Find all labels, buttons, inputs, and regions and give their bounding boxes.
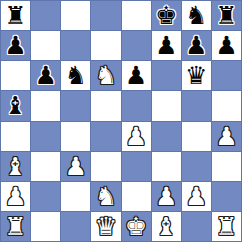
square-e8[interactable] bbox=[122, 1, 151, 30]
square-g1[interactable] bbox=[182, 212, 211, 241]
black-rook[interactable]: ♜ bbox=[215, 3, 237, 28]
square-f3[interactable] bbox=[152, 152, 181, 181]
white-pawn[interactable]: ♟ bbox=[125, 124, 147, 149]
square-g3[interactable] bbox=[182, 152, 211, 181]
white-pawn[interactable]: ♟ bbox=[4, 184, 26, 209]
square-b6[interactable]: ♟ bbox=[31, 61, 60, 90]
square-f2[interactable]: ♟ bbox=[152, 182, 181, 211]
black-pawn[interactable]: ♟ bbox=[215, 33, 237, 58]
square-g4[interactable] bbox=[182, 122, 211, 151]
square-e7[interactable] bbox=[122, 31, 151, 60]
black-rook[interactable]: ♜ bbox=[4, 3, 26, 28]
square-b5[interactable] bbox=[31, 91, 60, 120]
square-h1[interactable]: ♜ bbox=[212, 212, 241, 241]
square-b7[interactable] bbox=[31, 31, 60, 60]
square-a3[interactable]: ♝ bbox=[1, 152, 30, 181]
white-pawn[interactable]: ♟ bbox=[65, 154, 87, 179]
square-h8[interactable]: ♜ bbox=[212, 1, 241, 30]
square-b4[interactable] bbox=[31, 122, 60, 151]
square-a1[interactable]: ♜ bbox=[1, 212, 30, 241]
square-c6[interactable]: ♞ bbox=[61, 61, 90, 90]
square-h6[interactable] bbox=[212, 61, 241, 90]
square-d3[interactable] bbox=[91, 152, 120, 181]
black-knight[interactable]: ♞ bbox=[65, 63, 87, 88]
white-pawn[interactable]: ♟ bbox=[185, 184, 207, 209]
square-d8[interactable] bbox=[91, 1, 120, 30]
square-e6[interactable]: ♟ bbox=[122, 61, 151, 90]
square-b2[interactable] bbox=[31, 182, 60, 211]
square-f5[interactable] bbox=[152, 91, 181, 120]
square-f8[interactable]: ♚ bbox=[152, 1, 181, 30]
white-rook[interactable]: ♜ bbox=[4, 214, 26, 239]
black-pawn[interactable]: ♟ bbox=[185, 33, 207, 58]
square-d7[interactable] bbox=[91, 31, 120, 60]
black-pawn[interactable]: ♟ bbox=[125, 63, 147, 88]
square-g8[interactable]: ♞ bbox=[182, 1, 211, 30]
square-b8[interactable] bbox=[31, 1, 60, 30]
black-pawn[interactable]: ♟ bbox=[34, 63, 56, 88]
white-pawn[interactable]: ♟ bbox=[215, 124, 237, 149]
black-pawn[interactable]: ♟ bbox=[4, 33, 26, 58]
square-d1[interactable]: ♛ bbox=[91, 212, 120, 241]
square-d4[interactable] bbox=[91, 122, 120, 151]
square-a2[interactable]: ♟ bbox=[1, 182, 30, 211]
square-c2[interactable] bbox=[61, 182, 90, 211]
white-bishop[interactable]: ♝ bbox=[4, 154, 26, 179]
square-f1[interactable]: ♝ bbox=[152, 212, 181, 241]
square-f7[interactable]: ♟ bbox=[152, 31, 181, 60]
white-rook[interactable]: ♜ bbox=[215, 214, 237, 239]
square-b1[interactable] bbox=[31, 212, 60, 241]
square-d2[interactable]: ♞ bbox=[91, 182, 120, 211]
chess-board: ♜♚♞♜♟♟♟♟♟♞♞♟♛♝♟♟♝♟♟♞♟♟♜♛♚♝♜ bbox=[0, 0, 242, 242]
square-c1[interactable] bbox=[61, 212, 90, 241]
square-b3[interactable] bbox=[31, 152, 60, 181]
square-h7[interactable]: ♟ bbox=[212, 31, 241, 60]
square-a6[interactable] bbox=[1, 61, 30, 90]
square-e4[interactable]: ♟ bbox=[122, 122, 151, 151]
white-pawn[interactable]: ♟ bbox=[155, 184, 177, 209]
square-g7[interactable]: ♟ bbox=[182, 31, 211, 60]
black-bishop[interactable]: ♝ bbox=[4, 93, 26, 118]
square-e3[interactable] bbox=[122, 152, 151, 181]
white-king[interactable]: ♚ bbox=[125, 214, 147, 239]
square-h5[interactable] bbox=[212, 91, 241, 120]
square-e1[interactable]: ♚ bbox=[122, 212, 151, 241]
square-g6[interactable]: ♛ bbox=[182, 61, 211, 90]
square-a8[interactable]: ♜ bbox=[1, 1, 30, 30]
square-h4[interactable]: ♟ bbox=[212, 122, 241, 151]
white-queen[interactable]: ♛ bbox=[95, 214, 117, 239]
square-c5[interactable] bbox=[61, 91, 90, 120]
square-c8[interactable] bbox=[61, 1, 90, 30]
white-knight[interactable]: ♞ bbox=[95, 184, 117, 209]
square-a4[interactable] bbox=[1, 122, 30, 151]
square-c7[interactable] bbox=[61, 31, 90, 60]
square-d6[interactable]: ♞ bbox=[91, 61, 120, 90]
black-knight[interactable]: ♞ bbox=[185, 3, 207, 28]
square-a5[interactable]: ♝ bbox=[1, 91, 30, 120]
square-g2[interactable]: ♟ bbox=[182, 182, 211, 211]
square-d5[interactable] bbox=[91, 91, 120, 120]
square-f4[interactable] bbox=[152, 122, 181, 151]
square-f6[interactable] bbox=[152, 61, 181, 90]
square-h3[interactable] bbox=[212, 152, 241, 181]
black-queen[interactable]: ♛ bbox=[185, 63, 207, 88]
black-pawn[interactable]: ♟ bbox=[155, 33, 177, 58]
white-knight[interactable]: ♞ bbox=[95, 63, 117, 88]
square-h2[interactable] bbox=[212, 182, 241, 211]
square-a7[interactable]: ♟ bbox=[1, 31, 30, 60]
square-c4[interactable] bbox=[61, 122, 90, 151]
white-bishop[interactable]: ♝ bbox=[155, 214, 177, 239]
square-c3[interactable]: ♟ bbox=[61, 152, 90, 181]
black-king[interactable]: ♚ bbox=[155, 3, 177, 28]
square-e5[interactable] bbox=[122, 91, 151, 120]
square-g5[interactable] bbox=[182, 91, 211, 120]
square-e2[interactable] bbox=[122, 182, 151, 211]
